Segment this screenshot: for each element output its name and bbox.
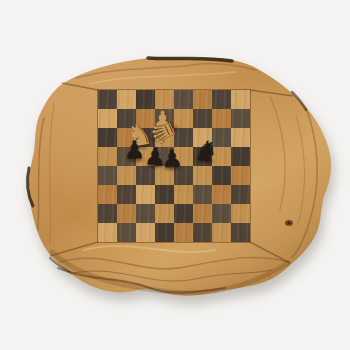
- board-square: [117, 223, 136, 242]
- wood-knot: [285, 220, 293, 226]
- board-square: [136, 147, 155, 166]
- board-square: [231, 128, 250, 147]
- board-square: [231, 147, 250, 166]
- board-square: [136, 223, 155, 242]
- board-square: [98, 128, 117, 147]
- board-square: [117, 90, 136, 109]
- board-square: [117, 166, 136, 185]
- board-square: [193, 109, 212, 128]
- board-square: [136, 90, 155, 109]
- board-square: [212, 147, 231, 166]
- board-square: [136, 204, 155, 223]
- board-square: [231, 166, 250, 185]
- board-square: [212, 223, 231, 242]
- board-square: [136, 185, 155, 204]
- board-square: [174, 128, 193, 147]
- board-square: [155, 204, 174, 223]
- board-square: [174, 166, 193, 185]
- board-square: [98, 185, 117, 204]
- board-square: [98, 147, 117, 166]
- board-square: [136, 166, 155, 185]
- board-square: [98, 109, 117, 128]
- board-square: [231, 185, 250, 204]
- board-square: [193, 90, 212, 109]
- board-square: [155, 90, 174, 109]
- board-square: [98, 204, 117, 223]
- board-square: [212, 128, 231, 147]
- board-square: [231, 223, 250, 242]
- board-square: [193, 147, 212, 166]
- board-square: [212, 90, 231, 109]
- board-square: [155, 166, 174, 185]
- board-square: [193, 128, 212, 147]
- board-square: [155, 185, 174, 204]
- board-square: [117, 128, 136, 147]
- board-square: [174, 223, 193, 242]
- board-square: [174, 185, 193, 204]
- board-square: [117, 185, 136, 204]
- board-square: [174, 204, 193, 223]
- board-square: [231, 109, 250, 128]
- board-square: [117, 204, 136, 223]
- board-square: [174, 109, 193, 128]
- board-square: [212, 185, 231, 204]
- board-square: [212, 166, 231, 185]
- board-square: [155, 223, 174, 242]
- board-square: [117, 109, 136, 128]
- board-square: [98, 90, 117, 109]
- board-square: [155, 109, 174, 128]
- board-square: [193, 204, 212, 223]
- board-square: [98, 166, 117, 185]
- board-square: [117, 147, 136, 166]
- board-square: [155, 128, 174, 147]
- board-square: [98, 223, 117, 242]
- board-square: [193, 185, 212, 204]
- board-square: [155, 147, 174, 166]
- board-square: [212, 109, 231, 128]
- board-photo: ♞♟♛♟♟♟♞: [0, 0, 350, 350]
- checkerboard: [98, 90, 250, 242]
- board-square: [231, 90, 250, 109]
- board-square: [231, 204, 250, 223]
- board-square: [136, 128, 155, 147]
- board-square: [193, 223, 212, 242]
- board-square: [174, 147, 193, 166]
- board-square: [212, 204, 231, 223]
- board-square: [193, 166, 212, 185]
- board-square: [136, 109, 155, 128]
- board-square: [174, 90, 193, 109]
